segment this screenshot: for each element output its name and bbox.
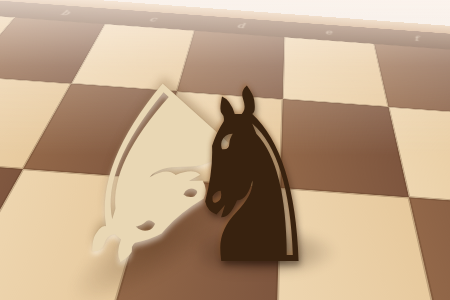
border-coordinate-mark: b — [59, 9, 72, 17]
border-coordinate-mark: f — [413, 34, 420, 42]
black-knight-glyph: ♞ — [179, 58, 325, 298]
border-coordinate-mark: c — [148, 15, 158, 23]
chess-board: bcdef — [0, 0, 450, 40]
border-coordinate-mark: d — [236, 22, 245, 30]
border-coordinate-mark: e — [325, 28, 333, 36]
chessboard-photo-scene: bcdef ♞ ♞ — [0, 0, 450, 300]
black-knight-piece[interactable]: ♞ — [179, 58, 325, 298]
